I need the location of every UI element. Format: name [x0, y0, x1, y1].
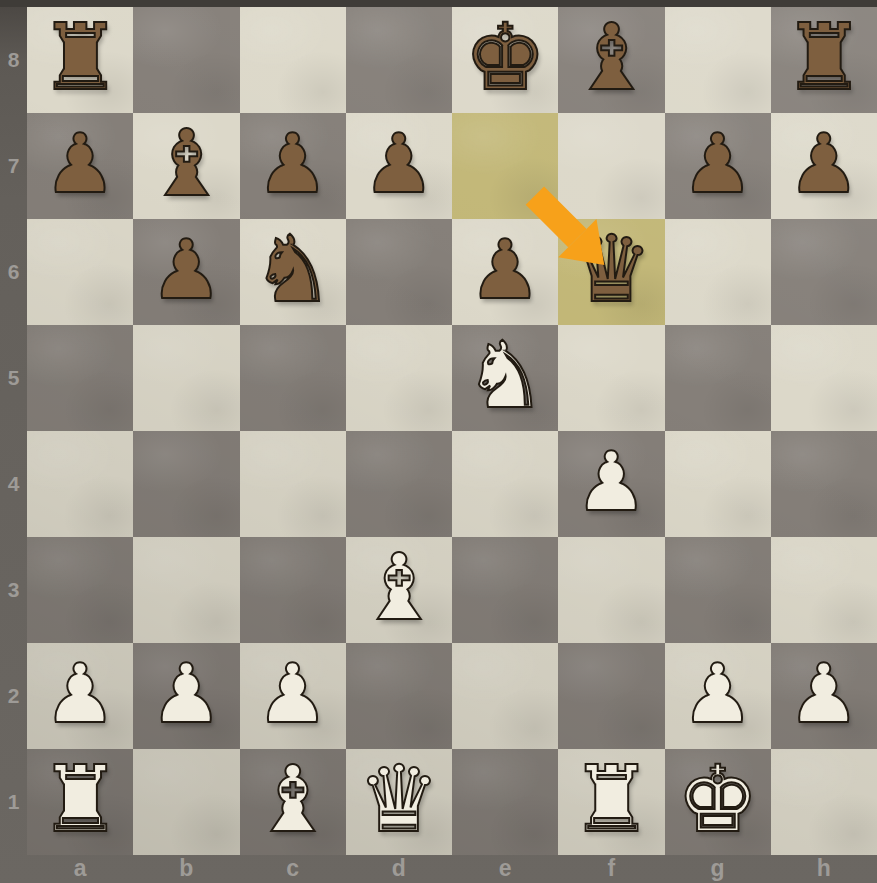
black-pawn[interactable]: ♟: [681, 123, 755, 205]
square-g4[interactable]: [665, 431, 771, 537]
square-h8[interactable]: ♜: [771, 7, 877, 113]
square-g3[interactable]: [665, 537, 771, 643]
file-label-f: f: [558, 855, 664, 883]
white-knight[interactable]: ♞: [464, 330, 546, 422]
square-h7[interactable]: ♟: [771, 113, 877, 219]
black-knight[interactable]: ♞: [251, 224, 333, 316]
black-pawn[interactable]: ♟: [362, 123, 436, 205]
file-label-a: a: [27, 855, 133, 883]
square-b5[interactable]: [133, 325, 239, 431]
square-c3[interactable]: [240, 537, 346, 643]
file-label-b: b: [133, 855, 239, 883]
square-g7[interactable]: ♟: [665, 113, 771, 219]
black-bishop[interactable]: ♝: [570, 12, 652, 104]
square-c8[interactable]: [240, 7, 346, 113]
square-c1[interactable]: ♝: [240, 749, 346, 855]
square-h4[interactable]: [771, 431, 877, 537]
board-top-edge: [0, 0, 877, 7]
white-pawn[interactable]: ♟: [43, 653, 117, 735]
black-pawn[interactable]: ♟: [256, 123, 330, 205]
square-d1[interactable]: ♛: [346, 749, 452, 855]
black-bishop[interactable]: ♝: [145, 118, 227, 210]
white-king[interactable]: ♚: [676, 754, 758, 846]
chess-board: ♜♚♝♜♟♝♟♟♟♟♟♞♟♛♞♟♝♟♟♟♟♟♜♝♛♜♚: [27, 7, 877, 855]
square-e7[interactable]: [452, 113, 558, 219]
square-d6[interactable]: [346, 219, 452, 325]
white-pawn[interactable]: ♟: [575, 441, 649, 523]
rank-label-1: 1: [0, 749, 27, 855]
black-rook[interactable]: ♜: [783, 12, 865, 104]
square-c2[interactable]: ♟: [240, 643, 346, 749]
square-g5[interactable]: [665, 325, 771, 431]
chess-app-window: 87654321 abcdefgh ♜♚♝♜♟♝♟♟♟♟♟♞♟♛♞♟♝♟♟♟♟♟…: [0, 0, 877, 883]
square-e3[interactable]: [452, 537, 558, 643]
white-rook[interactable]: ♜: [39, 754, 121, 846]
file-label-d: d: [346, 855, 452, 883]
square-b8[interactable]: [133, 7, 239, 113]
square-h5[interactable]: [771, 325, 877, 431]
square-e2[interactable]: [452, 643, 558, 749]
square-f6[interactable]: ♛: [558, 219, 664, 325]
square-a5[interactable]: [27, 325, 133, 431]
square-b1[interactable]: [133, 749, 239, 855]
square-h1[interactable]: [771, 749, 877, 855]
black-king[interactable]: ♚: [464, 12, 546, 104]
square-f7[interactable]: [558, 113, 664, 219]
square-f2[interactable]: [558, 643, 664, 749]
square-a2[interactable]: ♟: [27, 643, 133, 749]
square-c7[interactable]: ♟: [240, 113, 346, 219]
white-queen[interactable]: ♛: [358, 754, 440, 846]
rank-label-6: 6: [0, 219, 27, 325]
rank-label-4: 4: [0, 431, 27, 537]
square-g2[interactable]: ♟: [665, 643, 771, 749]
black-pawn[interactable]: ♟: [43, 123, 117, 205]
square-d7[interactable]: ♟: [346, 113, 452, 219]
black-pawn[interactable]: ♟: [468, 229, 542, 311]
square-e4[interactable]: [452, 431, 558, 537]
file-coordinates: abcdefgh: [27, 855, 877, 883]
square-e6[interactable]: ♟: [452, 219, 558, 325]
square-f1[interactable]: ♜: [558, 749, 664, 855]
square-e1[interactable]: [452, 749, 558, 855]
white-pawn[interactable]: ♟: [787, 653, 861, 735]
square-b3[interactable]: [133, 537, 239, 643]
square-a3[interactable]: [27, 537, 133, 643]
square-a8[interactable]: ♜: [27, 7, 133, 113]
black-queen[interactable]: ♛: [570, 224, 652, 316]
white-rook[interactable]: ♜: [570, 754, 652, 846]
square-c6[interactable]: ♞: [240, 219, 346, 325]
file-label-e: e: [452, 855, 558, 883]
square-b7[interactable]: ♝: [133, 113, 239, 219]
rank-label-8: 8: [0, 7, 27, 113]
square-a6[interactable]: [27, 219, 133, 325]
black-rook[interactable]: ♜: [39, 12, 121, 104]
square-g8[interactable]: [665, 7, 771, 113]
white-pawn[interactable]: ♟: [681, 653, 755, 735]
square-d5[interactable]: [346, 325, 452, 431]
file-label-c: c: [240, 855, 346, 883]
file-label-h: h: [771, 855, 877, 883]
square-e8[interactable]: ♚: [452, 7, 558, 113]
square-b2[interactable]: ♟: [133, 643, 239, 749]
square-h2[interactable]: ♟: [771, 643, 877, 749]
square-h3[interactable]: [771, 537, 877, 643]
square-f8[interactable]: ♝: [558, 7, 664, 113]
black-pawn[interactable]: ♟: [150, 229, 224, 311]
white-bishop[interactable]: ♝: [358, 542, 440, 634]
white-pawn[interactable]: ♟: [150, 653, 224, 735]
black-pawn[interactable]: ♟: [787, 123, 861, 205]
square-b6[interactable]: ♟: [133, 219, 239, 325]
square-c4[interactable]: [240, 431, 346, 537]
square-a4[interactable]: [27, 431, 133, 537]
rank-label-3: 3: [0, 537, 27, 643]
square-h6[interactable]: [771, 219, 877, 325]
square-g1[interactable]: ♚: [665, 749, 771, 855]
file-label-g: g: [665, 855, 771, 883]
rank-coordinates: 87654321: [0, 7, 27, 855]
square-d8[interactable]: [346, 7, 452, 113]
rank-label-5: 5: [0, 325, 27, 431]
square-g6[interactable]: [665, 219, 771, 325]
square-d2[interactable]: [346, 643, 452, 749]
rank-label-7: 7: [0, 113, 27, 219]
square-a1[interactable]: ♜: [27, 749, 133, 855]
white-pawn[interactable]: ♟: [256, 653, 330, 735]
square-f5[interactable]: [558, 325, 664, 431]
square-d3[interactable]: ♝: [346, 537, 452, 643]
white-bishop[interactable]: ♝: [251, 754, 333, 846]
rank-label-2: 2: [0, 643, 27, 749]
square-a7[interactable]: ♟: [27, 113, 133, 219]
square-b4[interactable]: [133, 431, 239, 537]
square-d4[interactable]: [346, 431, 452, 537]
square-c5[interactable]: [240, 325, 346, 431]
square-f3[interactable]: [558, 537, 664, 643]
square-e5[interactable]: ♞: [452, 325, 558, 431]
square-f4[interactable]: ♟: [558, 431, 664, 537]
